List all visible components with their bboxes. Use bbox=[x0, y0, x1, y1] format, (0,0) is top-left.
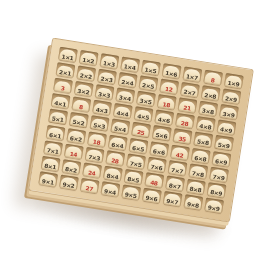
cube-label: 3×5 bbox=[139, 97, 152, 106]
compartment-r3c1: 3 bbox=[53, 78, 73, 94]
cube-r4c3-expression[interactable]: 4×3 bbox=[93, 102, 111, 115]
cube-label: 9×9 bbox=[207, 204, 220, 213]
cube-label: 1×4 bbox=[123, 63, 136, 72]
cube-r2c5-expression[interactable]: 2×5 bbox=[139, 78, 157, 91]
compartment-r6c3: 18 bbox=[87, 131, 107, 147]
cube-r8c4-expression[interactable]: 8×4 bbox=[104, 168, 122, 181]
cube-label: 9×1 bbox=[41, 177, 54, 186]
compartment-r4c3: 4×3 bbox=[92, 100, 112, 116]
cube-label: 4×1 bbox=[54, 100, 67, 109]
cube-label: 8×2 bbox=[64, 165, 77, 174]
compartment-r7c9: 7×9 bbox=[209, 166, 229, 182]
cube-r7c3-expression[interactable]: 7×3 bbox=[85, 149, 103, 162]
compartment-r3c3: 3×3 bbox=[95, 84, 115, 100]
compartment-r8c1: 8×1 bbox=[41, 156, 61, 172]
cube-label: 27 bbox=[85, 184, 93, 192]
cube-r4c1-expression[interactable]: 4×1 bbox=[51, 96, 69, 109]
cube-r2c7-expression[interactable]: 2×7 bbox=[181, 84, 199, 97]
compartment-r1c4: 1×4 bbox=[120, 57, 140, 73]
cube-label: 3×3 bbox=[98, 91, 111, 100]
cube-label: 8 bbox=[210, 77, 215, 85]
cube-r5c3-expression[interactable]: 5×3 bbox=[90, 118, 108, 131]
compartment-r7c7: 7×7 bbox=[168, 160, 188, 176]
compartment-r7c6: 7×6 bbox=[147, 157, 167, 173]
cube-r7c1-expression[interactable]: 7×1 bbox=[44, 142, 62, 155]
cube-label: 4×8 bbox=[199, 123, 212, 132]
cube-label: 4×6 bbox=[157, 116, 170, 125]
cube-r1c2-expression[interactable]: 1×2 bbox=[79, 52, 97, 65]
cube-r9c3-flipped-result[interactable]: 27 bbox=[80, 180, 98, 193]
cube-label: 1×9 bbox=[227, 79, 240, 88]
compartment-r7c3: 7×3 bbox=[85, 147, 105, 163]
compartment-r6c4: 6×4 bbox=[108, 134, 128, 150]
compartment-r5c8: 5×8 bbox=[193, 132, 213, 148]
compartment-r4c5: 4×5 bbox=[134, 107, 154, 123]
cube-r1c4-expression[interactable]: 1×4 bbox=[121, 59, 139, 72]
cube-r3c8-expression[interactable]: 3×8 bbox=[199, 103, 217, 116]
compartment-r4c9: 4×9 bbox=[217, 120, 237, 136]
cube-label: 14 bbox=[69, 150, 77, 158]
cube-label: 9×2 bbox=[62, 181, 75, 190]
cube-r8c9-expression[interactable]: 8×9 bbox=[207, 184, 225, 197]
cube-r6c9-expression[interactable]: 6×9 bbox=[212, 153, 230, 166]
cube-label: 24 bbox=[87, 169, 95, 177]
cube-r9c4-expression[interactable]: 9×4 bbox=[101, 183, 119, 196]
compartment-r1c6: 1×6 bbox=[162, 63, 182, 79]
compartment-r9c6: 9×6 bbox=[142, 188, 162, 204]
cube-label: 1×3 bbox=[102, 60, 115, 69]
compartment-r9c3: 27 bbox=[80, 178, 100, 194]
cube-label: 2×5 bbox=[141, 82, 154, 91]
compartment-r1c2: 1×2 bbox=[79, 50, 99, 66]
cube-r4c8-expression[interactable]: 4×8 bbox=[197, 119, 215, 132]
cube-r2c8-expression[interactable]: 2×8 bbox=[201, 87, 219, 100]
cube-r7c5-expression[interactable]: 7×5 bbox=[127, 155, 145, 168]
cube-label: 6×2 bbox=[69, 134, 82, 143]
cube-label: 7×1 bbox=[46, 146, 59, 155]
cube-label: 9×4 bbox=[103, 187, 116, 196]
compartment-r3c9: 3×9 bbox=[219, 104, 239, 120]
cube-label: 4×3 bbox=[95, 106, 108, 115]
compartment-r8c5: 8×5 bbox=[124, 169, 144, 185]
compartment-r2c5: 2×5 bbox=[138, 75, 158, 91]
cube-r2c9-expression[interactable]: 2×9 bbox=[222, 91, 240, 104]
cube-label: 7×6 bbox=[150, 163, 163, 172]
cube-label: 12 bbox=[164, 85, 172, 93]
cube-r7c2-flipped-result[interactable]: 14 bbox=[65, 146, 83, 159]
cube-label: 42 bbox=[175, 151, 183, 159]
compartment-r7c8: 7×8 bbox=[188, 163, 208, 179]
compartment-r2c1: 2×1 bbox=[56, 62, 76, 78]
cube-label: 8×9 bbox=[210, 188, 223, 197]
compartment-r9c9: 9×9 bbox=[204, 197, 224, 213]
cube-label: 21 bbox=[183, 104, 191, 112]
cube-r3c2-expression[interactable]: 3×2 bbox=[75, 83, 93, 96]
cube-r1c9-expression[interactable]: 1×9 bbox=[225, 75, 243, 88]
cube-r5c4-expression[interactable]: 5×4 bbox=[111, 121, 129, 134]
compartment-r2c9: 2×9 bbox=[221, 89, 241, 105]
cube-label: 3×4 bbox=[118, 94, 131, 103]
compartment-r8c6: 48 bbox=[144, 172, 164, 188]
compartment-r2c7: 2×7 bbox=[180, 82, 200, 98]
cube-label: 8×8 bbox=[189, 185, 202, 194]
compartment-r1c9: 1×9 bbox=[224, 73, 244, 89]
cube-label: 3×9 bbox=[222, 110, 235, 119]
cube-label: 6×5 bbox=[132, 144, 145, 153]
cube-r7c6-expression[interactable]: 7×6 bbox=[148, 159, 166, 172]
compartment-r9c5: 9×5 bbox=[121, 184, 141, 200]
cube-label: 5×2 bbox=[72, 119, 85, 128]
cube-r1c8-flipped-result[interactable]: 8 bbox=[204, 72, 222, 85]
cube-r6c4-expression[interactable]: 6×4 bbox=[109, 137, 127, 150]
cube-r4c9-expression[interactable]: 4×9 bbox=[217, 122, 235, 135]
cube-label: 2×4 bbox=[121, 78, 134, 87]
cube-label: 6×6 bbox=[152, 147, 165, 156]
compartment-r5c7: 35 bbox=[173, 129, 193, 145]
cube-r3c4-expression[interactable]: 3×4 bbox=[116, 90, 134, 103]
cube-r2c2-expression[interactable]: 2×2 bbox=[77, 68, 95, 81]
compartment-r3c7: 21 bbox=[177, 98, 197, 114]
cube-label: 9×7 bbox=[166, 197, 179, 206]
cube-r6c8-expression[interactable]: 6×8 bbox=[192, 150, 210, 163]
cube-label: 2×1 bbox=[59, 69, 72, 78]
cube-r9c9-expression[interactable]: 9×9 bbox=[205, 200, 223, 213]
cube-r6c2-expression[interactable]: 6×2 bbox=[67, 130, 85, 143]
cube-r2c4-expression[interactable]: 2×4 bbox=[118, 74, 136, 87]
cube-r4c2-flipped-result[interactable]: 8 bbox=[72, 99, 90, 112]
cube-label: 1×5 bbox=[144, 66, 157, 75]
compartment-r6c1: 6×1 bbox=[46, 125, 66, 141]
cube-label: 35 bbox=[178, 135, 186, 143]
compartment-r4c6: 4×6 bbox=[154, 110, 174, 126]
compartment-r9c8: 9×8 bbox=[183, 194, 203, 210]
compartment-r8c8: 8×8 bbox=[186, 179, 206, 195]
cube-r8c6-flipped-result[interactable]: 48 bbox=[145, 174, 163, 187]
cube-r2c3-expression[interactable]: 2×3 bbox=[98, 71, 116, 84]
cube-r1c7-expression[interactable]: 1×7 bbox=[183, 69, 201, 82]
cube-label: 8×5 bbox=[127, 175, 140, 184]
cube-r1c6-expression[interactable]: 1×6 bbox=[162, 65, 180, 78]
cube-label: 9×8 bbox=[186, 200, 199, 209]
cube-label: 18 bbox=[162, 101, 170, 109]
compartment-r9c1: 9×1 bbox=[38, 171, 58, 187]
cube-r2c1-expression[interactable]: 2×1 bbox=[56, 64, 74, 77]
compartment-r7c2: 14 bbox=[64, 143, 84, 159]
compartment-r6c9: 6×9 bbox=[212, 151, 232, 167]
compartment-r4c1: 4×1 bbox=[51, 93, 71, 109]
cube-r9c8-expression[interactable]: 9×8 bbox=[184, 196, 202, 209]
compartment-r4c4: 4×4 bbox=[113, 103, 133, 119]
cube-label: 7×8 bbox=[191, 169, 204, 178]
cube-label: 18 bbox=[92, 138, 100, 146]
cube-label: 5×8 bbox=[196, 138, 209, 147]
cube-label: 2×8 bbox=[204, 92, 217, 101]
cube-label: 8 bbox=[78, 104, 83, 112]
compartment-r2c4: 2×4 bbox=[118, 72, 138, 88]
compartment-r5c1: 5×1 bbox=[48, 109, 68, 125]
cube-label: 7×9 bbox=[212, 173, 225, 182]
compartment-r9c7: 9×7 bbox=[163, 191, 183, 207]
cube-r8c8-expression[interactable]: 8×8 bbox=[187, 181, 205, 194]
compartment-r4c7: 28 bbox=[175, 113, 195, 129]
cube-label: 6×9 bbox=[215, 157, 228, 166]
cube-r1c3-expression[interactable]: 1×3 bbox=[100, 55, 118, 68]
product-photo-scene: 1×11×21×31×41×51×61×781×92×12×22×32×42×5… bbox=[0, 0, 280, 280]
cube-r7c4-flipped-result[interactable]: 28 bbox=[106, 152, 124, 165]
compartment-r6c5: 6×5 bbox=[129, 138, 149, 154]
cube-label: 5×3 bbox=[93, 122, 106, 131]
compartment-r8c2: 8×2 bbox=[61, 159, 81, 175]
cube-r5c8-expression[interactable]: 5×8 bbox=[194, 134, 212, 147]
compartment-r2c6: 12 bbox=[159, 79, 179, 95]
compartment-r8c7: 8×7 bbox=[165, 175, 185, 191]
cube-r5c5-flipped-result[interactable]: 25 bbox=[132, 124, 150, 137]
compartment-r5c4: 5×4 bbox=[110, 119, 130, 135]
cube-r5c6-expression[interactable]: 5×6 bbox=[153, 128, 171, 141]
cube-r4c4-expression[interactable]: 4×4 bbox=[114, 105, 132, 118]
cube-label: 9×5 bbox=[124, 191, 137, 200]
compartment-r5c6: 5×6 bbox=[152, 125, 172, 141]
cube-label: 4×5 bbox=[137, 113, 150, 122]
cube-label: 4×9 bbox=[220, 126, 233, 135]
cube-label: 1×1 bbox=[61, 53, 74, 62]
cube-r9c6-expression[interactable]: 9×6 bbox=[143, 190, 161, 203]
cube-r1c5-expression[interactable]: 1×5 bbox=[142, 62, 160, 75]
wooden-tray: 1×11×21×31×41×51×61×781×92×12×22×32×42×5… bbox=[28, 38, 254, 223]
cube-r3c5-expression[interactable]: 3×5 bbox=[137, 93, 155, 106]
multiplication-grid: 1×11×21×31×41×51×61×781×92×12×22×32×42×5… bbox=[38, 47, 243, 214]
compartment-r8c3: 24 bbox=[82, 162, 102, 178]
cube-r5c2-expression[interactable]: 5×2 bbox=[70, 114, 88, 127]
cube-label: 1×6 bbox=[165, 69, 178, 78]
cube-label: 2×7 bbox=[183, 88, 196, 97]
cube-r3c3-expression[interactable]: 3×3 bbox=[95, 87, 113, 100]
cube-r4c7-flipped-result[interactable]: 28 bbox=[176, 115, 194, 128]
cube-label: 8×4 bbox=[106, 172, 119, 181]
compartment-r6c7: 42 bbox=[170, 144, 190, 160]
compartment-r6c2: 6×2 bbox=[66, 128, 86, 144]
cube-label: 7×5 bbox=[129, 160, 142, 169]
cube-r8c2-expression[interactable]: 8×2 bbox=[62, 161, 80, 174]
compartment-r3c5: 3×5 bbox=[136, 91, 156, 107]
cube-r6c7-flipped-result[interactable]: 42 bbox=[171, 146, 189, 159]
cube-label: 8×1 bbox=[44, 162, 57, 171]
compartment-r5c3: 5×3 bbox=[90, 116, 110, 132]
cube-r6c6-expression[interactable]: 6×6 bbox=[150, 143, 168, 156]
cube-label: 5×6 bbox=[155, 132, 168, 141]
compartment-r4c8: 4×8 bbox=[196, 116, 216, 132]
cube-label: 6×1 bbox=[49, 131, 62, 140]
cube-label: 6×4 bbox=[111, 141, 124, 150]
compartment-r8c9: 8×9 bbox=[207, 182, 227, 198]
compartment-r9c4: 9×4 bbox=[100, 181, 120, 197]
compartment-r3c8: 3×8 bbox=[198, 101, 218, 117]
cube-label: 1×7 bbox=[185, 73, 198, 82]
cube-label: 7×3 bbox=[88, 153, 101, 162]
compartment-r1c8: 8 bbox=[203, 70, 223, 86]
cube-r4c5-expression[interactable]: 4×5 bbox=[134, 109, 152, 122]
compartment-r9c2: 9×2 bbox=[59, 174, 79, 190]
cube-r2c6-flipped-result[interactable]: 12 bbox=[160, 81, 178, 94]
compartment-r6c8: 6×8 bbox=[191, 148, 211, 164]
cube-r3c7-flipped-result[interactable]: 21 bbox=[178, 100, 196, 113]
cube-r5c1-expression[interactable]: 5×1 bbox=[49, 111, 67, 124]
cube-label: 4×4 bbox=[116, 110, 129, 119]
cube-r7c8-expression[interactable]: 7×8 bbox=[189, 165, 207, 178]
compartment-r1c5: 1×5 bbox=[141, 60, 161, 76]
cube-label: 48 bbox=[150, 179, 158, 187]
compartment-r2c2: 2×2 bbox=[76, 66, 96, 82]
cube-label: 2×3 bbox=[100, 75, 113, 84]
cube-label: 28 bbox=[180, 120, 188, 128]
compartment-r1c1: 1×1 bbox=[58, 47, 78, 63]
compartment-r8c4: 8×4 bbox=[103, 165, 123, 181]
cube-r9c2-expression[interactable]: 9×2 bbox=[60, 177, 78, 190]
compartment-r3c6: 18 bbox=[157, 94, 177, 110]
cube-label: 1×2 bbox=[82, 56, 95, 65]
cube-r7c9-expression[interactable]: 7×9 bbox=[210, 169, 228, 182]
cube-r7c7-expression[interactable]: 7×7 bbox=[168, 162, 186, 175]
cube-label: 28 bbox=[111, 157, 119, 165]
cube-r4c6-expression[interactable]: 4×6 bbox=[155, 112, 173, 125]
cube-label: 3 bbox=[60, 85, 65, 93]
cube-r8c3-flipped-result[interactable]: 24 bbox=[83, 164, 101, 177]
cube-r6c5-expression[interactable]: 6×5 bbox=[129, 140, 147, 153]
cube-label: 7×7 bbox=[171, 166, 184, 175]
cube-r3c6-flipped-result[interactable]: 18 bbox=[157, 96, 175, 109]
compartment-r1c3: 1×3 bbox=[99, 53, 119, 69]
cube-label: 2×9 bbox=[224, 95, 237, 104]
cube-label: 9×6 bbox=[145, 194, 158, 203]
cube-r9c7-expression[interactable]: 9×7 bbox=[163, 193, 181, 206]
compartment-r7c1: 7×1 bbox=[43, 140, 63, 156]
cube-r6c1-expression[interactable]: 6×1 bbox=[46, 127, 64, 140]
cube-label: 5×9 bbox=[217, 142, 230, 151]
compartment-r1c7: 1×7 bbox=[182, 66, 202, 82]
cube-label: 5×4 bbox=[113, 125, 126, 134]
cube-label: 5×1 bbox=[51, 115, 64, 124]
compartment-r7c4: 28 bbox=[105, 150, 125, 166]
cube-r8c1-expression[interactable]: 8×1 bbox=[41, 158, 59, 171]
cube-r8c7-expression[interactable]: 8×7 bbox=[166, 178, 184, 191]
compartment-r2c3: 2×3 bbox=[97, 69, 117, 85]
cube-r9c1-expression[interactable]: 9×1 bbox=[39, 173, 57, 186]
compartment-r2c8: 2×8 bbox=[201, 85, 221, 101]
cube-r9c5-expression[interactable]: 9×5 bbox=[122, 187, 140, 200]
cube-r5c7-flipped-result[interactable]: 35 bbox=[173, 131, 191, 144]
cube-label: 3×8 bbox=[201, 107, 214, 116]
cube-r8c5-expression[interactable]: 8×5 bbox=[124, 171, 142, 184]
cube-r6c3-flipped-result[interactable]: 18 bbox=[88, 133, 106, 146]
cube-r3c9-expression[interactable]: 3×9 bbox=[220, 106, 238, 119]
cube-r1c1-expression[interactable]: 1×1 bbox=[59, 49, 77, 62]
compartment-r5c5: 25 bbox=[131, 122, 151, 138]
compartment-r6c6: 6×6 bbox=[149, 141, 169, 157]
compartment-r5c9: 5×9 bbox=[214, 135, 234, 151]
compartment-r7c5: 7×5 bbox=[126, 153, 146, 169]
compartment-r3c2: 3×2 bbox=[74, 81, 94, 97]
cube-label: 25 bbox=[136, 129, 144, 137]
cube-label: 2×2 bbox=[79, 72, 92, 81]
cube-r3c1-flipped-result[interactable]: 3 bbox=[54, 80, 72, 93]
cube-label: 6×8 bbox=[194, 154, 207, 163]
compartment-r3c4: 3×4 bbox=[115, 88, 135, 104]
compartment-r5c2: 5×2 bbox=[69, 112, 89, 128]
compartment-r4c2: 8 bbox=[71, 97, 91, 113]
cube-r5c9-expression[interactable]: 5×9 bbox=[215, 137, 233, 150]
cube-label: 3×2 bbox=[77, 87, 90, 96]
cube-label: 8×7 bbox=[168, 182, 181, 191]
